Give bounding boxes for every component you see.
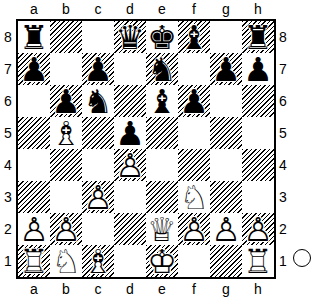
square-h1[interactable]: ♜♖ xyxy=(242,245,274,277)
file-labels-top: abcdefgh xyxy=(18,0,274,18)
square-e4[interactable] xyxy=(146,149,178,181)
square-h2[interactable]: ♟♙ xyxy=(242,213,274,245)
square-a1[interactable]: ♜♖ xyxy=(18,245,50,277)
square-g5[interactable] xyxy=(210,117,242,149)
piece-black-pawn-a7: ♟ xyxy=(18,53,50,85)
chess-board: ♜♛♚♝♜♟♟♞♟♟♟♞♝♟♝♗♟♟♙♟♙♞♘♟♙♟♙♛♕♟♙♟♙♟♙♜♖♞♘♝… xyxy=(16,19,276,279)
piece-black-knight-e7: ♞ xyxy=(146,53,178,85)
piece-white-pawn-d4: ♟♙ xyxy=(114,149,146,181)
square-h7[interactable]: ♟ xyxy=(242,53,274,85)
file-label-bottom-d: d xyxy=(114,280,146,298)
square-c8[interactable] xyxy=(82,21,114,53)
file-label-bottom-e: e xyxy=(146,280,178,298)
square-e6[interactable]: ♝ xyxy=(146,85,178,117)
rank-label-right-7: 7 xyxy=(276,53,290,85)
square-f3[interactable]: ♞♘ xyxy=(178,181,210,213)
square-d7[interactable] xyxy=(114,53,146,85)
rank-label-right-1: 1 xyxy=(276,245,290,277)
square-h3[interactable] xyxy=(242,181,274,213)
file-label-top-f: f xyxy=(178,0,210,18)
square-e3[interactable] xyxy=(146,181,178,213)
square-b2[interactable]: ♟♙ xyxy=(50,213,82,245)
square-g1[interactable] xyxy=(210,245,242,277)
square-d6[interactable] xyxy=(114,85,146,117)
file-label-top-h: h xyxy=(242,0,274,18)
square-c3[interactable]: ♟♙ xyxy=(82,181,114,213)
square-h8[interactable]: ♜ xyxy=(242,21,274,53)
piece-black-pawn-f6: ♟ xyxy=(178,85,210,117)
square-c7[interactable]: ♟ xyxy=(82,53,114,85)
square-f8[interactable]: ♝ xyxy=(178,21,210,53)
file-label-top-b: b xyxy=(50,0,82,18)
square-e8[interactable]: ♚ xyxy=(146,21,178,53)
rank-label-left-3: 3 xyxy=(1,181,15,213)
piece-white-king-e1: ♚♔ xyxy=(146,245,178,277)
file-label-top-e: e xyxy=(146,0,178,18)
piece-white-pawn-h2: ♟♙ xyxy=(242,213,274,245)
file-label-top-c: c xyxy=(82,0,114,18)
square-d2[interactable] xyxy=(114,213,146,245)
square-a2[interactable]: ♟♙ xyxy=(18,213,50,245)
square-c4[interactable] xyxy=(82,149,114,181)
square-b6[interactable]: ♟ xyxy=(50,85,82,117)
piece-black-pawn-h7: ♟ xyxy=(242,53,274,85)
square-h4[interactable] xyxy=(242,149,274,181)
file-label-bottom-h: h xyxy=(242,280,274,298)
file-label-bottom-g: g xyxy=(210,280,242,298)
square-b4[interactable] xyxy=(50,149,82,181)
square-e7[interactable]: ♞ xyxy=(146,53,178,85)
square-g2[interactable]: ♟♙ xyxy=(210,213,242,245)
file-label-top-a: a xyxy=(18,0,50,18)
piece-black-pawn-b6: ♟ xyxy=(50,85,82,117)
square-c1[interactable]: ♝♗ xyxy=(82,245,114,277)
square-a6[interactable] xyxy=(18,85,50,117)
square-g6[interactable] xyxy=(210,85,242,117)
square-e5[interactable] xyxy=(146,117,178,149)
file-label-bottom-b: b xyxy=(50,280,82,298)
piece-white-bishop-c1: ♝♗ xyxy=(82,245,114,277)
rank-label-left-2: 2 xyxy=(1,213,15,245)
rank-labels-left: 87654321 xyxy=(1,21,15,277)
file-label-bottom-a: a xyxy=(18,280,50,298)
piece-black-king-e8: ♚ xyxy=(146,21,178,53)
square-d3[interactable] xyxy=(114,181,146,213)
file-label-bottom-f: f xyxy=(178,280,210,298)
square-g7[interactable]: ♟ xyxy=(210,53,242,85)
square-b8[interactable] xyxy=(50,21,82,53)
rank-label-right-5: 5 xyxy=(276,117,290,149)
square-a7[interactable]: ♟ xyxy=(18,53,50,85)
piece-white-pawn-b2: ♟♙ xyxy=(50,213,82,245)
square-e1[interactable]: ♚♔ xyxy=(146,245,178,277)
square-a4[interactable] xyxy=(18,149,50,181)
piece-black-rook-h8: ♜ xyxy=(242,21,274,53)
piece-white-bishop-b5: ♝♗ xyxy=(50,117,82,149)
piece-white-pawn-c3: ♟♙ xyxy=(82,181,114,213)
square-g3[interactable] xyxy=(210,181,242,213)
rank-label-right-4: 4 xyxy=(276,149,290,181)
piece-black-pawn-g7: ♟ xyxy=(210,53,242,85)
piece-white-rook-h1: ♜♖ xyxy=(242,245,274,277)
square-h6[interactable] xyxy=(242,85,274,117)
piece-white-knight-b1: ♞♘ xyxy=(50,245,82,277)
rank-label-left-6: 6 xyxy=(1,85,15,117)
square-f1[interactable] xyxy=(178,245,210,277)
rank-labels-right: 87654321 xyxy=(276,21,290,277)
piece-black-bishop-e6: ♝ xyxy=(146,85,178,117)
square-c6[interactable]: ♞ xyxy=(82,85,114,117)
rank-label-right-6: 6 xyxy=(276,85,290,117)
square-h5[interactable] xyxy=(242,117,274,149)
piece-black-pawn-c7: ♟ xyxy=(82,53,114,85)
square-b1[interactable]: ♞♘ xyxy=(50,245,82,277)
square-a5[interactable] xyxy=(18,117,50,149)
square-d8[interactable]: ♛ xyxy=(114,21,146,53)
rank-label-left-5: 5 xyxy=(1,117,15,149)
chess-diagram: abcdefgh 87654321 ♜♛♚♝♜♟♟♞♟♟♟♞♝♟♝♗♟♟♙♟♙♞… xyxy=(0,0,317,298)
piece-white-queen-e2: ♛♕ xyxy=(146,213,178,245)
square-d5[interactable]: ♟ xyxy=(114,117,146,149)
square-c2[interactable] xyxy=(82,213,114,245)
rank-label-right-3: 3 xyxy=(276,181,290,213)
piece-black-rook-a8: ♜ xyxy=(18,21,50,53)
square-a8[interactable]: ♜ xyxy=(18,21,50,53)
rank-label-right-2: 2 xyxy=(276,213,290,245)
square-e2[interactable]: ♛♕ xyxy=(146,213,178,245)
piece-black-pawn-d5: ♟ xyxy=(114,117,146,149)
piece-white-knight-f3: ♞♘ xyxy=(178,181,210,213)
square-c5[interactable] xyxy=(82,117,114,149)
square-d1[interactable] xyxy=(114,245,146,277)
piece-white-rook-a1: ♜♖ xyxy=(18,245,50,277)
square-a3[interactable] xyxy=(18,181,50,213)
file-labels-bottom: abcdefgh xyxy=(18,280,274,298)
rank-label-left-4: 4 xyxy=(1,149,15,181)
file-label-top-d: d xyxy=(114,0,146,18)
rank-label-left-7: 7 xyxy=(1,53,15,85)
square-b3[interactable] xyxy=(50,181,82,213)
square-f7[interactable] xyxy=(178,53,210,85)
rank-label-left-1: 1 xyxy=(1,245,15,277)
file-label-bottom-c: c xyxy=(82,280,114,298)
rank-label-left-8: 8 xyxy=(1,21,15,53)
file-label-top-g: g xyxy=(210,0,242,18)
piece-white-pawn-g2: ♟♙ xyxy=(210,213,242,245)
square-g4[interactable] xyxy=(210,149,242,181)
square-f2[interactable]: ♟♙ xyxy=(178,213,210,245)
piece-black-queen-d8: ♛ xyxy=(114,21,146,53)
square-g8[interactable] xyxy=(210,21,242,53)
piece-white-pawn-f2: ♟♙ xyxy=(178,213,210,245)
rank-label-right-8: 8 xyxy=(276,21,290,53)
square-d4[interactable]: ♟♙ xyxy=(114,149,146,181)
square-b7[interactable] xyxy=(50,53,82,85)
piece-black-bishop-f8: ♝ xyxy=(178,21,210,53)
square-f4[interactable] xyxy=(178,149,210,181)
piece-black-knight-c6: ♞ xyxy=(82,85,114,117)
piece-white-pawn-a2: ♟♙ xyxy=(18,213,50,245)
white-to-move-indicator-circle-icon xyxy=(293,249,311,267)
square-b5[interactable]: ♝♗ xyxy=(50,117,82,149)
square-f6[interactable]: ♟ xyxy=(178,85,210,117)
square-f5[interactable] xyxy=(178,117,210,149)
